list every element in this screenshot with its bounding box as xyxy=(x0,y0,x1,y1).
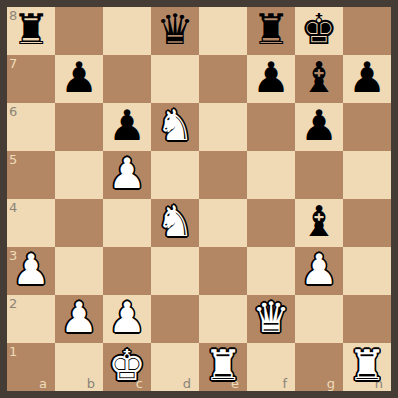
file-label-b: b xyxy=(87,377,95,390)
piece-white-knight-d4[interactable]: ♞ xyxy=(151,199,199,247)
square-f3[interactable] xyxy=(247,247,295,295)
square-d7[interactable] xyxy=(151,55,199,103)
square-f1[interactable]: f xyxy=(247,343,295,391)
square-g2[interactable] xyxy=(295,295,343,343)
square-c5[interactable]: ♟ xyxy=(103,151,151,199)
piece-black-rook-a8[interactable]: ♜ xyxy=(7,7,55,55)
square-c4[interactable] xyxy=(103,199,151,247)
square-a8[interactable]: 8♜ xyxy=(7,7,55,55)
square-b5[interactable] xyxy=(55,151,103,199)
piece-white-knight-d6[interactable]: ♞ xyxy=(151,103,199,151)
rank-label-5: 5 xyxy=(9,153,17,166)
square-f2[interactable]: ♛ xyxy=(247,295,295,343)
square-a1[interactable]: 1a xyxy=(7,343,55,391)
piece-black-bishop-g7[interactable]: ♝ xyxy=(295,55,343,103)
square-g5[interactable] xyxy=(295,151,343,199)
piece-white-pawn-g3[interactable]: ♟ xyxy=(295,247,343,295)
square-b4[interactable] xyxy=(55,199,103,247)
piece-white-queen-f2[interactable]: ♛ xyxy=(247,295,295,343)
square-h4[interactable] xyxy=(343,199,391,247)
piece-black-pawn-g6[interactable]: ♟ xyxy=(295,103,343,151)
square-d4[interactable]: ♞ xyxy=(151,199,199,247)
square-g1[interactable]: g xyxy=(295,343,343,391)
square-a5[interactable]: 5 xyxy=(7,151,55,199)
piece-black-pawn-h7[interactable]: ♟ xyxy=(343,55,391,103)
chess-board: 8♜♛♜♚7♟♟♝♟6♟♞♟5♟4♞♝3♟♟2♟♟♛1abc♚de♜fgh♜ xyxy=(7,7,391,391)
square-h5[interactable] xyxy=(343,151,391,199)
rank-label-7: 7 xyxy=(9,57,17,70)
piece-black-rook-f8[interactable]: ♜ xyxy=(247,7,295,55)
square-d6[interactable]: ♞ xyxy=(151,103,199,151)
square-h1[interactable]: h♜ xyxy=(343,343,391,391)
square-f7[interactable]: ♟ xyxy=(247,55,295,103)
square-d3[interactable] xyxy=(151,247,199,295)
square-h6[interactable] xyxy=(343,103,391,151)
square-e8[interactable] xyxy=(199,7,247,55)
square-d2[interactable] xyxy=(151,295,199,343)
square-a6[interactable]: 6 xyxy=(7,103,55,151)
rank-label-1: 1 xyxy=(9,345,17,358)
piece-black-queen-d8[interactable]: ♛ xyxy=(151,7,199,55)
square-c8[interactable] xyxy=(103,7,151,55)
square-b1[interactable]: b xyxy=(55,343,103,391)
file-label-g: g xyxy=(327,377,335,390)
chess-board-frame: 8♜♛♜♚7♟♟♝♟6♟♞♟5♟4♞♝3♟♟2♟♟♛1abc♚de♜fgh♜ xyxy=(0,0,398,398)
square-d1[interactable]: d xyxy=(151,343,199,391)
square-c6[interactable]: ♟ xyxy=(103,103,151,151)
piece-black-bishop-g4[interactable]: ♝ xyxy=(295,199,343,247)
rank-label-2: 2 xyxy=(9,297,17,310)
square-f5[interactable] xyxy=(247,151,295,199)
square-g6[interactable]: ♟ xyxy=(295,103,343,151)
square-d5[interactable] xyxy=(151,151,199,199)
piece-white-pawn-a3[interactable]: ♟ xyxy=(7,247,55,295)
square-f8[interactable]: ♜ xyxy=(247,7,295,55)
square-f6[interactable] xyxy=(247,103,295,151)
rank-label-4: 4 xyxy=(9,201,17,214)
square-e4[interactable] xyxy=(199,199,247,247)
piece-white-pawn-c5[interactable]: ♟ xyxy=(103,151,151,199)
square-e6[interactable] xyxy=(199,103,247,151)
square-a7[interactable]: 7 xyxy=(7,55,55,103)
square-e3[interactable] xyxy=(199,247,247,295)
square-h2[interactable] xyxy=(343,295,391,343)
square-d8[interactable]: ♛ xyxy=(151,7,199,55)
piece-white-rook-h1[interactable]: ♜ xyxy=(343,343,391,391)
square-g3[interactable]: ♟ xyxy=(295,247,343,295)
square-h8[interactable] xyxy=(343,7,391,55)
piece-black-pawn-f7[interactable]: ♟ xyxy=(247,55,295,103)
square-a2[interactable]: 2 xyxy=(7,295,55,343)
square-a3[interactable]: 3♟ xyxy=(7,247,55,295)
square-h7[interactable]: ♟ xyxy=(343,55,391,103)
rank-label-6: 6 xyxy=(9,105,17,118)
square-e5[interactable] xyxy=(199,151,247,199)
file-label-a: a xyxy=(39,377,47,390)
piece-black-pawn-c6[interactable]: ♟ xyxy=(103,103,151,151)
piece-white-king-c1[interactable]: ♚ xyxy=(103,343,151,391)
square-g4[interactable]: ♝ xyxy=(295,199,343,247)
square-e1[interactable]: e♜ xyxy=(199,343,247,391)
square-b7[interactable]: ♟ xyxy=(55,55,103,103)
square-g8[interactable]: ♚ xyxy=(295,7,343,55)
square-g7[interactable]: ♝ xyxy=(295,55,343,103)
file-label-f: f xyxy=(282,377,287,390)
piece-black-king-g8[interactable]: ♚ xyxy=(295,7,343,55)
piece-black-pawn-b7[interactable]: ♟ xyxy=(55,55,103,103)
square-a4[interactable]: 4 xyxy=(7,199,55,247)
square-e2[interactable] xyxy=(199,295,247,343)
square-c1[interactable]: c♚ xyxy=(103,343,151,391)
piece-white-pawn-c2[interactable]: ♟ xyxy=(103,295,151,343)
square-h3[interactable] xyxy=(343,247,391,295)
square-b8[interactable] xyxy=(55,7,103,55)
square-b6[interactable] xyxy=(55,103,103,151)
square-f4[interactable] xyxy=(247,199,295,247)
square-e7[interactable] xyxy=(199,55,247,103)
file-label-d: d xyxy=(183,377,191,390)
square-c7[interactable] xyxy=(103,55,151,103)
piece-white-pawn-b2[interactable]: ♟ xyxy=(55,295,103,343)
piece-white-rook-e1[interactable]: ♜ xyxy=(199,343,247,391)
square-c3[interactable] xyxy=(103,247,151,295)
square-b2[interactable]: ♟ xyxy=(55,295,103,343)
square-b3[interactable] xyxy=(55,247,103,295)
square-c2[interactable]: ♟ xyxy=(103,295,151,343)
